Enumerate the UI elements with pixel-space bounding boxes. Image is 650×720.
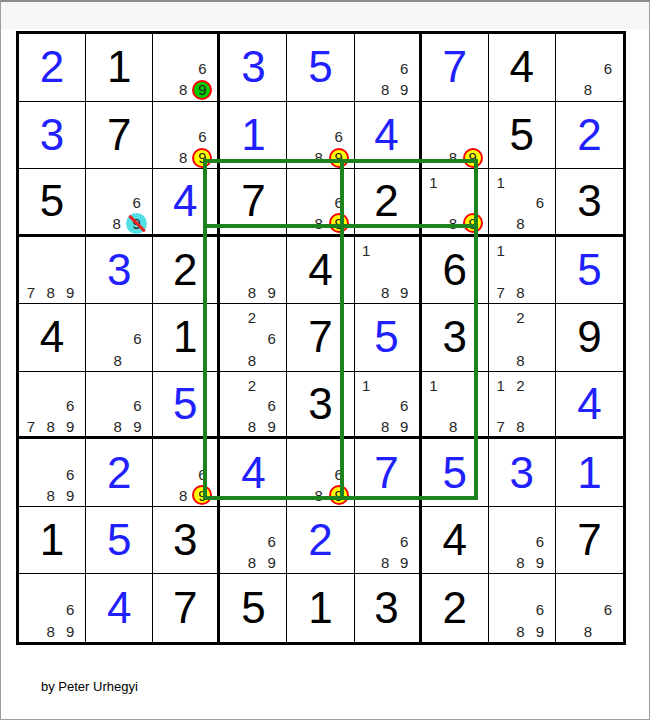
cell-r8c7[interactable]: 4 <box>422 507 489 575</box>
pencil-marks: 168 <box>491 172 550 234</box>
author-credit: by Peter Urhegyi <box>41 679 138 694</box>
cell-r9c9[interactable]: 68 <box>556 574 623 642</box>
candidate-8: 8 <box>381 555 389 570</box>
solved-digit: 7 <box>422 34 488 101</box>
candidate-9: 9 <box>400 285 408 300</box>
candidate-9: 9 <box>536 555 544 570</box>
candidate-7: 7 <box>496 285 504 300</box>
candidate-7: 7 <box>27 419 35 434</box>
cell-r9c3[interactable]: 7 <box>153 574 220 642</box>
solved-digit: 4 <box>556 372 623 437</box>
solved-digit: 5 <box>86 507 152 574</box>
candidate-9: 9 <box>66 624 74 639</box>
candidate-6: 6 <box>66 602 74 617</box>
cell-r9c5[interactable]: 1 <box>287 574 354 642</box>
pencil-marks: 689 <box>357 510 414 574</box>
candidate-9: 9 <box>267 285 275 300</box>
candidate-6: 6 <box>334 129 342 144</box>
cell-r6c4[interactable]: 2689 <box>220 372 287 440</box>
cell-r3c2[interactable]: 689 <box>86 169 153 237</box>
cell-r9c6[interactable]: 3 <box>355 574 422 642</box>
candidate-8: 8 <box>584 624 592 639</box>
highlight-yellow-circle-9: 9 <box>192 148 212 168</box>
pencil-marks: 2689 <box>222 375 281 437</box>
cell-r4c3[interactable]: 2 <box>153 237 220 305</box>
candidate-7: 7 <box>27 285 35 300</box>
candidate-1: 1 <box>429 175 437 190</box>
candidate-6: 6 <box>267 398 275 413</box>
solved-digit: 3 <box>489 439 555 506</box>
candidate-8: 8 <box>315 216 323 231</box>
solved-digit: 2 <box>287 507 353 574</box>
given-digit: 1 <box>86 34 152 101</box>
cell-r5c8[interactable]: 28 <box>489 304 556 372</box>
candidate-6: 6 <box>198 129 206 144</box>
given-digit: 5 <box>19 169 85 234</box>
highlight-yellow-circle-9: 9 <box>463 148 483 168</box>
candidate-8: 8 <box>584 82 592 97</box>
cell-r5c6[interactable]: 5 <box>355 304 422 372</box>
cell-r5c5[interactable]: 7 <box>287 304 354 372</box>
cell-r8c5[interactable]: 2 <box>287 507 354 575</box>
solved-digit: 5 <box>556 237 623 304</box>
candidate-9: 9 <box>66 419 74 434</box>
pencil-marks: 178 <box>491 240 550 304</box>
given-digit: 1 <box>287 574 353 642</box>
candidate-8: 8 <box>516 353 524 368</box>
cell-r6c1[interactable]: 6789 <box>19 372 86 440</box>
candidate-8: 8 <box>381 419 389 434</box>
candidate-8: 8 <box>449 216 457 231</box>
pencil-marks: 689 <box>155 37 212 101</box>
candidate-8: 8 <box>248 419 256 434</box>
candidate-8: 8 <box>179 82 187 97</box>
pencil-marks: 6789 <box>21 375 80 437</box>
solved-digit: 3 <box>86 237 152 304</box>
cell-r7c1[interactable]: 689 <box>19 439 86 507</box>
given-digit: 2 <box>422 574 488 642</box>
candidate-9: 9 <box>400 555 408 570</box>
candidate-6: 6 <box>133 195 141 210</box>
cell-r2c8[interactable]: 5 <box>489 102 556 170</box>
cell-r2c9[interactable]: 2 <box>556 102 623 170</box>
given-digit: 7 <box>86 102 152 169</box>
cell-r1c9[interactable]: 68 <box>556 34 623 102</box>
cell-r8c3[interactable]: 3 <box>153 507 220 575</box>
given-digit: 7 <box>287 304 353 371</box>
cell-r6c9[interactable]: 4 <box>556 372 623 440</box>
solved-digit: 1 <box>556 439 623 506</box>
cell-r9c4[interactable]: 5 <box>220 574 287 642</box>
cell-r6c5[interactable]: 3 <box>287 372 354 440</box>
given-digit: 7 <box>556 507 623 574</box>
pencil-marks: 268 <box>222 307 281 371</box>
cell-r5c4[interactable]: 268 <box>220 304 287 372</box>
highlight-cyan-circle-9: 9 <box>126 213 147 234</box>
chain-line-r2c7-r7c7 <box>474 159 478 501</box>
candidate-8: 8 <box>315 488 323 503</box>
cell-r8c1[interactable]: 1 <box>19 507 86 575</box>
candidate-8: 8 <box>113 353 121 368</box>
highlight-yellow-circle-9: 9 <box>329 148 349 168</box>
given-digit: 4 <box>287 237 353 304</box>
candidate-8: 8 <box>449 150 457 165</box>
candidate-6: 6 <box>400 534 408 549</box>
cell-r4c9[interactable]: 5 <box>556 237 623 305</box>
cell-r7c9[interactable]: 1 <box>556 439 623 507</box>
pencil-marks: 689 <box>88 172 147 234</box>
pencil-marks: 689 <box>491 510 550 574</box>
cell-r4c8[interactable]: 178 <box>489 237 556 305</box>
given-digit: 3 <box>556 169 623 234</box>
cell-r1c7[interactable]: 7 <box>422 34 489 102</box>
given-digit: 1 <box>153 304 217 371</box>
candidate-9: 9 <box>66 285 74 300</box>
pencil-marks: 789 <box>21 240 80 304</box>
solved-digit: 2 <box>86 439 152 506</box>
candidate-9: 9 <box>66 488 74 503</box>
cell-r1c1[interactable]: 2 <box>19 34 86 102</box>
cell-r7c8[interactable]: 3 <box>489 439 556 507</box>
candidate-6: 6 <box>66 398 74 413</box>
candidate-6: 6 <box>400 398 408 413</box>
candidate-6: 6 <box>133 331 141 346</box>
cell-r1c3[interactable]: 689 <box>153 34 220 102</box>
window-top-strip <box>1 2 649 29</box>
candidate-6: 6 <box>267 534 275 549</box>
cell-r6c3[interactable]: 5 <box>153 372 220 440</box>
cell-r8c4[interactable]: 689 <box>220 507 287 575</box>
cell-r6c7[interactable]: 18 <box>422 372 489 440</box>
candidate-8: 8 <box>113 216 121 231</box>
candidate-9: 9 <box>400 82 408 97</box>
pencil-marks: 189 <box>357 240 414 304</box>
cell-r9c1[interactable]: 689 <box>19 574 86 642</box>
solved-digit: 3 <box>220 34 286 101</box>
candidate-1: 1 <box>362 243 370 258</box>
candidate-9: 9 <box>400 419 408 434</box>
given-digit: 3 <box>287 372 353 437</box>
candidate-6: 6 <box>604 61 612 76</box>
solved-digit: 2 <box>19 34 85 101</box>
candidate-8: 8 <box>381 285 389 300</box>
candidate-8: 8 <box>46 285 54 300</box>
candidate-6: 6 <box>198 61 206 76</box>
pencil-marks: 68 <box>558 577 618 642</box>
cell-r9c8[interactable]: 689 <box>489 574 556 642</box>
candidate-6: 6 <box>536 602 544 617</box>
highlight-yellow-circle-9: 9 <box>192 485 212 505</box>
candidate-2: 2 <box>516 378 524 393</box>
cell-r4c2[interactable]: 3 <box>86 237 153 305</box>
cell-r4c1[interactable]: 789 <box>19 237 86 305</box>
cell-r9c2[interactable]: 4 <box>86 574 153 642</box>
candidate-8: 8 <box>179 488 187 503</box>
cell-r1c6[interactable]: 689 <box>355 34 422 102</box>
candidate-7: 7 <box>496 419 504 434</box>
candidate-2: 2 <box>248 378 256 393</box>
cell-r8c2[interactable]: 5 <box>86 507 153 575</box>
cell-r5c7[interactable]: 3 <box>422 304 489 372</box>
candidate-1: 1 <box>362 378 370 393</box>
cell-r2c1[interactable]: 3 <box>19 102 86 170</box>
given-digit: 6 <box>422 237 488 304</box>
pencil-marks: 68 <box>558 37 618 101</box>
candidate-9: 9 <box>267 419 275 434</box>
candidate-8: 8 <box>248 555 256 570</box>
pencil-marks: 689 <box>357 37 414 101</box>
candidate-6: 6 <box>133 398 141 413</box>
candidate-6: 6 <box>536 534 544 549</box>
cell-r8c9[interactable]: 7 <box>556 507 623 575</box>
given-digit: 7 <box>153 574 217 642</box>
given-digit: 4 <box>489 34 555 101</box>
pencil-marks: 689 <box>21 577 80 642</box>
candidate-8: 8 <box>46 419 54 434</box>
given-digit: 5 <box>489 102 555 169</box>
cell-r1c8[interactable]: 4 <box>489 34 556 102</box>
candidate-9: 9 <box>133 419 141 434</box>
highlight-yellow-circle-9: 9 <box>329 213 349 233</box>
given-digit: 3 <box>355 574 419 642</box>
candidate-8: 8 <box>516 419 524 434</box>
candidate-9: 9 <box>267 555 275 570</box>
cell-r8c8[interactable]: 689 <box>489 507 556 575</box>
app-window: 2168935689746837689168948952568947689218… <box>0 0 650 720</box>
cell-r4c6[interactable]: 189 <box>355 237 422 305</box>
cell-r9c7[interactable]: 2 <box>422 574 489 642</box>
candidate-1: 1 <box>496 175 504 190</box>
solved-digit: 3 <box>19 102 85 169</box>
given-digit: 4 <box>19 304 85 371</box>
solved-digit: 5 <box>287 34 353 101</box>
cell-r3c9[interactable]: 3 <box>556 169 623 237</box>
candidate-6: 6 <box>66 467 74 482</box>
candidate-6: 6 <box>604 602 612 617</box>
candidate-1: 1 <box>496 243 504 258</box>
candidate-1: 1 <box>496 378 504 393</box>
cell-r5c9[interactable]: 9 <box>556 304 623 372</box>
cell-r3c1[interactable]: 5 <box>19 169 86 237</box>
cell-r5c2[interactable]: 68 <box>86 304 153 372</box>
given-digit: 5 <box>220 574 286 642</box>
candidate-8: 8 <box>516 285 524 300</box>
candidate-1: 1 <box>429 378 437 393</box>
candidate-8: 8 <box>248 353 256 368</box>
pencil-marks: 689 <box>222 510 281 574</box>
pencil-marks: 1278 <box>491 375 550 437</box>
pencil-marks: 68 <box>88 307 147 371</box>
candidate-8: 8 <box>381 82 389 97</box>
candidate-8: 8 <box>315 150 323 165</box>
candidate-6: 6 <box>400 61 408 76</box>
candidate-2: 2 <box>516 310 524 325</box>
cell-r6c2[interactable]: 689 <box>86 372 153 440</box>
pencil-marks: 689 <box>21 442 80 506</box>
solved-digit: 5 <box>153 372 217 437</box>
candidate-6: 6 <box>536 195 544 210</box>
cell-r1c4[interactable]: 3 <box>220 34 287 102</box>
given-digit: 2 <box>153 237 217 304</box>
highlight-yellow-circle-9: 9 <box>329 485 349 505</box>
candidate-8: 8 <box>46 624 54 639</box>
cell-r6c6[interactable]: 1689 <box>355 372 422 440</box>
given-digit: 3 <box>153 507 217 574</box>
given-digit: 9 <box>556 304 623 371</box>
pencil-marks: 89 <box>222 240 281 304</box>
solved-digit: 5 <box>355 304 419 371</box>
cell-r5c3[interactable]: 1 <box>153 304 220 372</box>
candidate-2: 2 <box>248 310 256 325</box>
solved-digit: 4 <box>86 574 152 642</box>
candidate-8: 8 <box>449 419 457 434</box>
pencil-marks: 1689 <box>357 375 414 437</box>
cell-r5c1[interactable]: 4 <box>19 304 86 372</box>
candidate-9: 9 <box>536 624 544 639</box>
cell-r1c2[interactable]: 1 <box>86 34 153 102</box>
cell-r3c8[interactable]: 168 <box>489 169 556 237</box>
given-digit: 1 <box>19 507 85 574</box>
cell-r1c5[interactable]: 5 <box>287 34 354 102</box>
candidate-8: 8 <box>516 216 524 231</box>
pencil-marks: 689 <box>88 375 147 437</box>
solved-digit: 2 <box>556 102 623 169</box>
pencil-marks: 689 <box>491 577 550 642</box>
candidate-8: 8 <box>179 150 187 165</box>
candidate-8: 8 <box>248 285 256 300</box>
candidate-8: 8 <box>516 555 524 570</box>
cell-r7c2[interactable]: 2 <box>86 439 153 507</box>
cell-r4c4[interactable]: 89 <box>220 237 287 305</box>
cell-r4c7[interactable]: 6 <box>422 237 489 305</box>
given-digit: 4 <box>422 507 488 574</box>
cell-r4c5[interactable]: 4 <box>287 237 354 305</box>
chain-line-r2c5-r7c5 <box>340 159 344 501</box>
chain-line-r2c3-r7c3 <box>203 159 207 501</box>
highlight-yellow-circle-9: 9 <box>463 213 483 233</box>
sudoku-board: 2168935689746837689168948952568947689218… <box>16 31 626 645</box>
highlight-green-circle-9: 9 <box>192 80 212 100</box>
candidate-8: 8 <box>113 419 121 434</box>
candidate-8: 8 <box>46 488 54 503</box>
pencil-marks: 28 <box>491 307 550 371</box>
cell-r6c8[interactable]: 1278 <box>489 372 556 440</box>
candidate-6: 6 <box>267 331 275 346</box>
given-digit: 3 <box>422 304 488 371</box>
cell-r2c2[interactable]: 7 <box>86 102 153 170</box>
candidate-8: 8 <box>516 624 524 639</box>
cell-r8c6[interactable]: 689 <box>355 507 422 575</box>
